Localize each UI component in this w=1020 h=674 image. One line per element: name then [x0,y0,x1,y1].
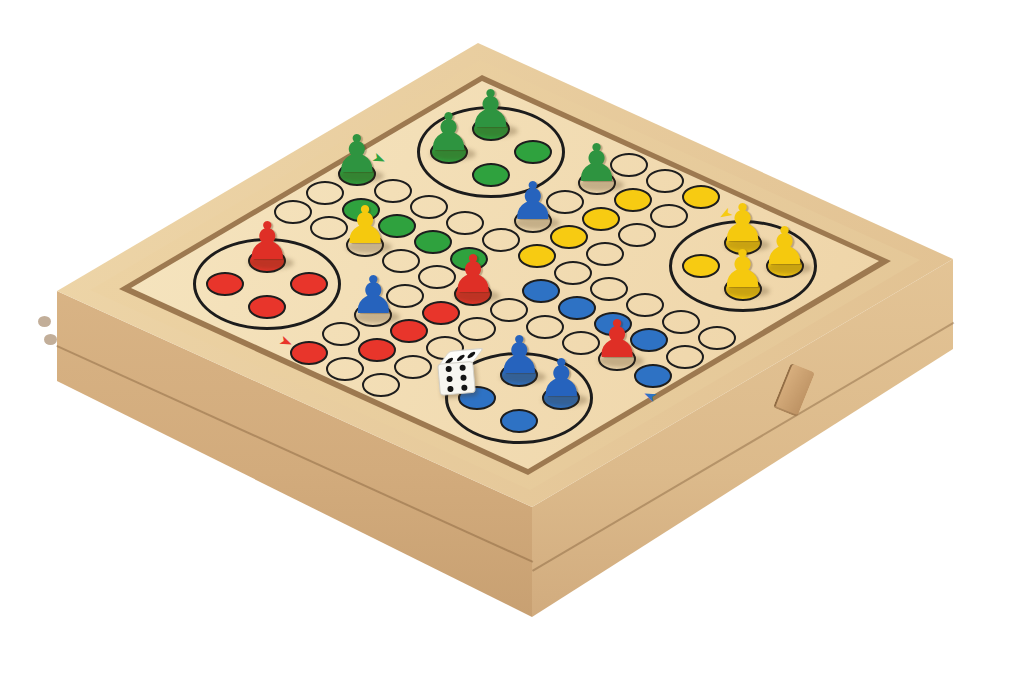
finish-field-red-4 [358,338,396,362]
green-pawn-r5c1[interactable]: ♟ [334,129,381,181]
track-field-r5c7 [554,261,592,285]
finish-field-yellow-2 [582,207,620,231]
red-pawn-r7c10[interactable]: ♟ [594,314,641,366]
yellow-pawn-home-bottom[interactable]: ♟ [719,244,766,296]
die-pip [447,385,454,392]
start-field-yellow [682,185,720,209]
track-field-r10c7 [394,355,432,379]
die-pip [459,365,466,372]
track-field-r6c1 [306,181,344,205]
home-field-red-bottom [248,295,286,319]
track-field-r5c4 [446,211,484,235]
die-pip [461,384,468,391]
finish-field-green-3 [414,230,452,254]
track-field-r6c11 [666,345,704,369]
yellow-pawn-home-right[interactable]: ♟ [761,221,808,273]
die-pip [455,354,466,361]
track-field-r11c7 [362,373,400,397]
start-field-red [290,341,328,365]
home-field-red-right [290,272,328,296]
track-field-r5c10 [662,310,700,334]
blue-pawn-home-right[interactable]: ♟ [538,352,585,404]
track-field-r2c7 [650,204,688,228]
track-field-r5c11 [698,326,736,350]
board-items: ➤➤➤➤♟♟♟♟♟♟♟♟♟♟♟♟♟♟♟ [0,0,1020,674]
photo-canvas: Ludo (Mensch ärgere Dich nicht) — wooden… [0,0,1020,674]
home-field-green-bottom [472,163,510,187]
die[interactable] [435,347,485,397]
green-pawn-r2c5[interactable]: ♟ [573,138,620,190]
blue-pawn-home-top[interactable]: ♟ [496,329,543,381]
die-pip [447,376,454,383]
die-pip [465,352,476,359]
track-field-r4c7 [586,242,624,266]
die-front-face [437,361,476,396]
green-pawn-home-left[interactable]: ♟ [425,106,472,158]
finish-field-yellow-4 [518,244,556,268]
track-field-r5c3 [410,195,448,219]
green-pawn-home-top[interactable]: ♟ [467,83,514,135]
finish-field-blue-2 [558,296,596,320]
red-pawn-home-top[interactable]: ♟ [244,215,291,267]
track-field-r10c5 [322,322,360,346]
home-field-green-right [514,140,552,164]
red-pawn-r7c6[interactable]: ♟ [450,248,497,300]
track-field-r1c6 [646,169,684,193]
finish-field-red-2 [422,301,460,325]
home-field-red-left [206,272,244,296]
home-field-blue-bottom [500,409,538,433]
track-field-r3c7 [618,223,656,247]
track-field-r8c7 [458,317,496,341]
track-field-r5c8 [590,277,628,301]
track-field-r11c6 [326,357,364,381]
die-pip [446,366,453,373]
yellow-pawn-r7c3[interactable]: ♟ [342,199,389,251]
blue-start-arrow: ➤ [641,387,660,405]
blue-pawn-r4c5[interactable]: ♟ [510,175,557,227]
die-pip [460,374,467,381]
home-field-yellow-left [682,254,720,278]
blue-pawn-r9c5[interactable]: ♟ [350,269,397,321]
finish-field-blue-1 [522,279,560,303]
